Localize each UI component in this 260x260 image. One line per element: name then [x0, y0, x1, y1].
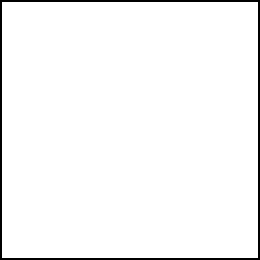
chessboard-grid	[2, 2, 258, 258]
chessboard	[0, 0, 260, 260]
